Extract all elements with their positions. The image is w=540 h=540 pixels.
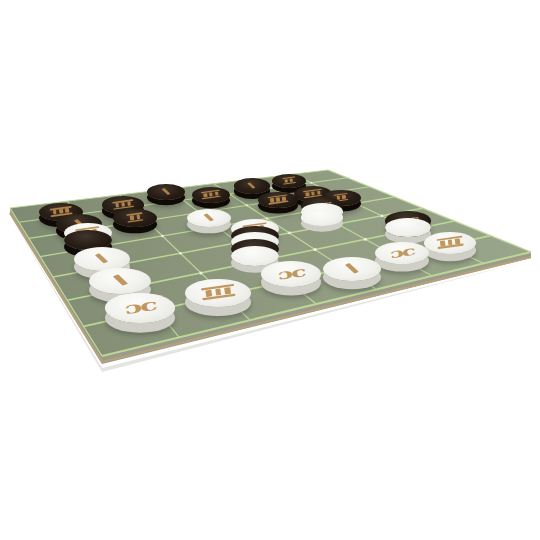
disc-black[interactable] [234,178,270,193]
mark-I [87,251,116,265]
disc-white[interactable] [424,232,476,254]
mark-I [104,272,136,288]
disc-black[interactable] [258,192,298,209]
mark-I [243,181,262,190]
disc-black[interactable] [113,209,158,228]
disc-black[interactable] [147,184,185,200]
mark-I [156,187,176,197]
mark-X: ɔc [388,245,416,259]
disc-white[interactable]: ɔc [375,242,429,265]
mark-II [282,176,295,184]
mark-III [201,284,235,301]
board-game-photo: ɔcɔcɔcɔcɔc [0,0,540,540]
disc-white[interactable] [89,268,151,294]
disc-white[interactable]: ɔc [105,293,174,322]
mark-II [126,212,143,223]
disc-white[interactable] [187,209,232,228]
disc-white[interactable] [301,209,343,227]
mark-III [268,194,289,204]
mark-I [337,261,368,276]
mark-X: ɔc [275,266,306,281]
disc-black[interactable] [192,187,231,203]
disc-white[interactable] [385,218,431,237]
mark-X: ɔc [122,298,158,316]
mark-III [437,236,464,249]
pieces-layer: ɔcɔcɔcɔcɔc [0,0,540,540]
disc-white[interactable] [323,257,382,282]
disc-white[interactable] [185,279,250,306]
disc-white[interactable]: ɔc [261,261,321,286]
disc-black[interactable] [272,174,307,189]
mark-III [201,190,221,200]
mark-I [197,212,220,223]
